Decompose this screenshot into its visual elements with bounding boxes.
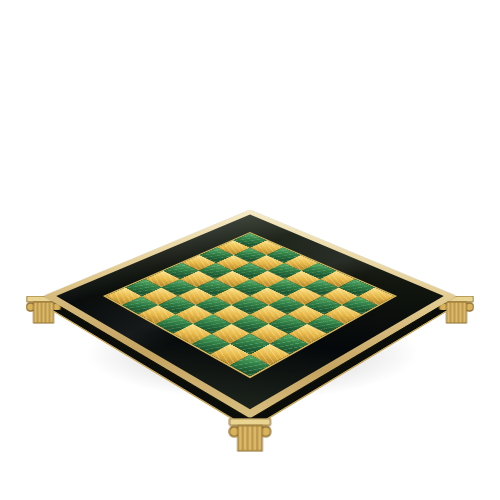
square-e4[interactable] <box>214 287 250 305</box>
ionic-foot-near-icon <box>228 418 272 452</box>
gold-pawn-glyph: ♟ <box>126 276 152 305</box>
chess-grid: ♜♟♟♜♞♟♟♞♝♟♟♝♛♟♟♛♚♟♟♚♝♟♟♝♞♟♟♞♜♟♟♜ <box>103 232 397 378</box>
product-photo-scene: ♜♟♟♜♞♟♟♞♝♟♟♝♛♟♟♛♚♟♟♚♝♟♟♝♞♟♟♞♜♟♟♜ <box>0 0 500 500</box>
bronze-rook-glyph: ♜ <box>235 324 272 365</box>
square-h8[interactable]: ♜ <box>230 354 270 376</box>
